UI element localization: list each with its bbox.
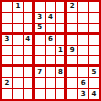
cell-r5c7-given: 9 bbox=[67, 46, 77, 56]
cell-r6c4-empty[interactable] bbox=[35, 56, 45, 66]
cell-r6c5-empty[interactable] bbox=[46, 56, 56, 66]
cell-r7c4-given: 7 bbox=[35, 67, 45, 77]
cell-r5c1-empty[interactable] bbox=[2, 46, 12, 56]
cell-r3c5-empty[interactable] bbox=[46, 24, 56, 34]
cell-r3c2-empty[interactable] bbox=[13, 24, 23, 34]
cell-r8c2-empty[interactable] bbox=[13, 78, 23, 88]
cell-r9c3-empty[interactable] bbox=[24, 89, 34, 99]
cell-r1c8-empty[interactable] bbox=[78, 2, 88, 12]
cell-r5c6-given: 1 bbox=[56, 46, 66, 56]
cell-r9c2-empty[interactable] bbox=[13, 89, 23, 99]
cell-r8c9-empty[interactable] bbox=[89, 78, 99, 88]
cell-r5c8-empty[interactable] bbox=[78, 46, 88, 56]
cell-r8c7-empty[interactable] bbox=[67, 78, 77, 88]
cell-r9c1-empty[interactable] bbox=[2, 89, 12, 99]
cell-r3c8-empty[interactable] bbox=[78, 24, 88, 34]
cell-r1c6-empty[interactable] bbox=[56, 2, 66, 12]
cell-r9c8-given: 3 bbox=[78, 89, 88, 99]
cell-r5c3-empty[interactable] bbox=[24, 46, 34, 56]
cell-r4c2-empty[interactable] bbox=[13, 35, 23, 45]
cell-r1c7-given: 2 bbox=[67, 2, 77, 12]
cell-r7c5-empty[interactable] bbox=[46, 67, 56, 77]
cell-r6c2-empty[interactable] bbox=[13, 56, 23, 66]
cell-r2c5-given: 4 bbox=[46, 13, 56, 23]
cell-r1c5-empty[interactable] bbox=[46, 2, 56, 12]
cell-r7c1-empty[interactable] bbox=[2, 67, 12, 77]
cell-r4c6-empty[interactable] bbox=[56, 35, 66, 45]
cell-r5c5-empty[interactable] bbox=[46, 46, 56, 56]
cell-r4c5-given: 6 bbox=[46, 35, 56, 45]
cell-r4c3-given: 4 bbox=[24, 35, 34, 45]
cell-r8c1-given: 2 bbox=[2, 78, 12, 88]
cell-r2c6-empty[interactable] bbox=[56, 13, 66, 23]
cell-r2c9-empty[interactable] bbox=[89, 13, 99, 23]
cell-r3c3-empty[interactable] bbox=[24, 24, 34, 34]
cell-r4c1-given: 3 bbox=[2, 35, 12, 45]
cell-r1c1-empty[interactable] bbox=[2, 2, 12, 12]
cell-r1c2-given: 1 bbox=[13, 2, 23, 12]
cell-r7c8-empty[interactable] bbox=[78, 67, 88, 77]
cell-r9c6-empty[interactable] bbox=[56, 89, 66, 99]
cell-r5c2-empty[interactable] bbox=[13, 46, 23, 56]
cell-r6c8-empty[interactable] bbox=[78, 56, 88, 66]
cell-r1c9-empty[interactable] bbox=[89, 2, 99, 12]
cell-r7c3-empty[interactable] bbox=[24, 67, 34, 77]
cell-r6c6-empty[interactable] bbox=[56, 56, 66, 66]
cell-r7c2-empty[interactable] bbox=[13, 67, 23, 77]
cell-r7c7-empty[interactable] bbox=[67, 67, 77, 77]
cell-r8c6-empty[interactable] bbox=[56, 78, 66, 88]
cell-r5c4-empty[interactable] bbox=[35, 46, 45, 56]
cell-r4c7-empty[interactable] bbox=[67, 35, 77, 45]
cell-r6c3-empty[interactable] bbox=[24, 56, 34, 66]
cell-r2c8-empty[interactable] bbox=[78, 13, 88, 23]
cell-r2c4-given: 3 bbox=[35, 13, 45, 23]
cell-r7c6-given: 8 bbox=[56, 67, 66, 77]
cell-r2c2-empty[interactable] bbox=[13, 13, 23, 23]
sudoku-board: 12345346197852634 bbox=[0, 0, 101, 101]
cell-r7c9-given: 5 bbox=[89, 67, 99, 77]
cell-r3c1-empty[interactable] bbox=[2, 24, 12, 34]
cell-r3c4-given: 5 bbox=[35, 24, 45, 34]
cell-r9c9-given: 4 bbox=[89, 89, 99, 99]
cell-r8c8-given: 6 bbox=[78, 78, 88, 88]
cell-r5c9-empty[interactable] bbox=[89, 46, 99, 56]
cell-r3c6-empty[interactable] bbox=[56, 24, 66, 34]
cell-r4c9-empty[interactable] bbox=[89, 35, 99, 45]
cell-r3c9-empty[interactable] bbox=[89, 24, 99, 34]
cell-r4c4-empty[interactable] bbox=[35, 35, 45, 45]
cell-r1c4-empty[interactable] bbox=[35, 2, 45, 12]
cell-r9c7-empty[interactable] bbox=[67, 89, 77, 99]
cell-r8c3-empty[interactable] bbox=[24, 78, 34, 88]
cell-r6c7-empty[interactable] bbox=[67, 56, 77, 66]
cell-r2c3-empty[interactable] bbox=[24, 13, 34, 23]
cell-r6c1-empty[interactable] bbox=[2, 56, 12, 66]
cell-r9c5-empty[interactable] bbox=[46, 89, 56, 99]
cell-r8c5-empty[interactable] bbox=[46, 78, 56, 88]
cell-r3c7-empty[interactable] bbox=[67, 24, 77, 34]
cell-r1c3-empty[interactable] bbox=[24, 2, 34, 12]
cell-r2c1-empty[interactable] bbox=[2, 13, 12, 23]
cell-r2c7-empty[interactable] bbox=[67, 13, 77, 23]
cell-r6c9-empty[interactable] bbox=[89, 56, 99, 66]
cell-r8c4-empty[interactable] bbox=[35, 78, 45, 88]
cell-r9c4-empty[interactable] bbox=[35, 89, 45, 99]
cell-r4c8-empty[interactable] bbox=[78, 35, 88, 45]
